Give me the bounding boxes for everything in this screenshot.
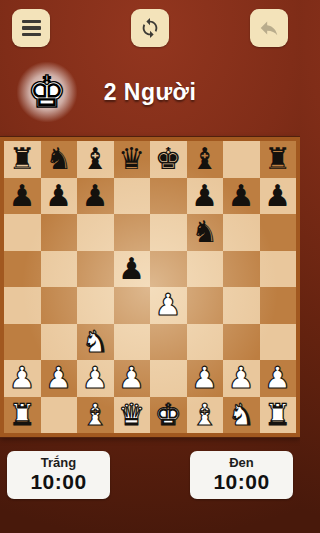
square-f7[interactable]: ♟ (187, 178, 224, 215)
piece-black-king[interactable]: ♚ (155, 144, 182, 174)
chess-board-frame: ♜♞♝♛♚♝♜♟♟♟♟♟♟♞♟♟♞♟♟♟♟♟♟♟♜♝♛♚♝♞♜ (0, 137, 300, 437)
undo-arrow-icon (258, 17, 280, 39)
piece-white-pawn[interactable]: ♟ (191, 363, 218, 393)
black-clock-label: Đen (190, 455, 293, 470)
square-c5[interactable] (77, 251, 114, 288)
square-h7[interactable]: ♟ (260, 178, 297, 215)
piece-white-queen[interactable]: ♛ (118, 400, 145, 430)
restart-button[interactable] (131, 9, 169, 47)
undo-button[interactable] (250, 9, 288, 47)
square-a3[interactable] (4, 324, 41, 361)
piece-black-pawn[interactable]: ♟ (118, 254, 145, 284)
piece-black-bishop[interactable]: ♝ (82, 144, 109, 174)
square-e8[interactable]: ♚ (150, 141, 187, 178)
square-g2[interactable]: ♟ (223, 360, 260, 397)
header: ♚ 2 Người (0, 47, 300, 137)
piece-black-knight[interactable]: ♞ (45, 144, 72, 174)
square-e4[interactable]: ♟ (150, 287, 187, 324)
square-a1[interactable]: ♜ (4, 397, 41, 434)
square-h5[interactable] (260, 251, 297, 288)
square-b4[interactable] (41, 287, 78, 324)
piece-black-pawn[interactable]: ♟ (191, 181, 218, 211)
square-b5[interactable] (41, 251, 78, 288)
piece-white-pawn[interactable]: ♟ (155, 290, 182, 320)
square-b1[interactable] (41, 397, 78, 434)
white-clock-time: 10:00 (7, 470, 110, 494)
piece-white-knight[interactable]: ♞ (82, 327, 109, 357)
piece-black-pawn[interactable]: ♟ (9, 181, 36, 211)
square-a6[interactable] (4, 214, 41, 251)
square-g5[interactable] (223, 251, 260, 288)
piece-white-pawn[interactable]: ♟ (82, 363, 109, 393)
white-clock-label: Trắng (7, 455, 110, 470)
square-g3[interactable] (223, 324, 260, 361)
piece-black-bishop[interactable]: ♝ (191, 144, 218, 174)
square-c7[interactable]: ♟ (77, 178, 114, 215)
piece-white-pawn[interactable]: ♟ (228, 363, 255, 393)
piece-black-pawn[interactable]: ♟ (228, 181, 255, 211)
black-clock: Đen 10:00 (190, 451, 293, 499)
piece-white-pawn[interactable]: ♟ (118, 363, 145, 393)
square-e2[interactable] (150, 360, 187, 397)
square-f6[interactable]: ♞ (187, 214, 224, 251)
square-d1[interactable]: ♛ (114, 397, 151, 434)
square-f1[interactable]: ♝ (187, 397, 224, 434)
square-c8[interactable]: ♝ (77, 141, 114, 178)
square-h2[interactable]: ♟ (260, 360, 297, 397)
square-d8[interactable]: ♛ (114, 141, 151, 178)
square-e3[interactable] (150, 324, 187, 361)
square-d2[interactable]: ♟ (114, 360, 151, 397)
piece-white-pawn[interactable]: ♟ (9, 363, 36, 393)
square-f4[interactable] (187, 287, 224, 324)
piece-white-king[interactable]: ♚ (155, 400, 182, 430)
refresh-icon (139, 17, 161, 39)
piece-white-bishop[interactable]: ♝ (191, 400, 218, 430)
square-h6[interactable] (260, 214, 297, 251)
square-g7[interactable]: ♟ (223, 178, 260, 215)
piece-white-bishop[interactable]: ♝ (82, 400, 109, 430)
square-c1[interactable]: ♝ (77, 397, 114, 434)
clock-row: Trắng 10:00 Đen 10:00 (0, 451, 300, 499)
square-b2[interactable]: ♟ (41, 360, 78, 397)
square-c3[interactable]: ♞ (77, 324, 114, 361)
piece-black-knight[interactable]: ♞ (191, 217, 218, 247)
square-c4[interactable] (77, 287, 114, 324)
square-b6[interactable] (41, 214, 78, 251)
square-b8[interactable]: ♞ (41, 141, 78, 178)
square-b3[interactable] (41, 324, 78, 361)
square-g8[interactable] (223, 141, 260, 178)
piece-white-pawn[interactable]: ♟ (45, 363, 72, 393)
square-d5[interactable]: ♟ (114, 251, 151, 288)
piece-white-pawn[interactable]: ♟ (264, 363, 291, 393)
piece-black-pawn[interactable]: ♟ (45, 181, 72, 211)
square-d3[interactable] (114, 324, 151, 361)
top-toolbar (0, 0, 300, 47)
square-h1[interactable]: ♜ (260, 397, 297, 434)
page-title: 2 Người (104, 79, 197, 106)
square-g1[interactable]: ♞ (223, 397, 260, 434)
square-f2[interactable]: ♟ (187, 360, 224, 397)
black-clock-time: 10:00 (190, 470, 293, 494)
square-f8[interactable]: ♝ (187, 141, 224, 178)
piece-white-rook[interactable]: ♜ (264, 400, 291, 430)
square-g6[interactable] (223, 214, 260, 251)
square-f3[interactable] (187, 324, 224, 361)
white-clock: Trắng 10:00 (7, 451, 110, 499)
square-h3[interactable] (260, 324, 297, 361)
square-e1[interactable]: ♚ (150, 397, 187, 434)
hamburger-icon (22, 20, 41, 36)
piece-black-rook[interactable]: ♜ (264, 144, 291, 174)
square-a5[interactable] (4, 251, 41, 288)
square-e7[interactable] (150, 178, 187, 215)
piece-black-pawn[interactable]: ♟ (82, 181, 109, 211)
square-e5[interactable] (150, 251, 187, 288)
piece-white-rook[interactable]: ♜ (9, 400, 36, 430)
square-a2[interactable]: ♟ (4, 360, 41, 397)
piece-white-knight[interactable]: ♞ (228, 400, 255, 430)
square-a8[interactable]: ♜ (4, 141, 41, 178)
square-d4[interactable] (114, 287, 151, 324)
square-c6[interactable] (77, 214, 114, 251)
piece-black-pawn[interactable]: ♟ (264, 181, 291, 211)
square-a7[interactable]: ♟ (4, 178, 41, 215)
square-b7[interactable]: ♟ (41, 178, 78, 215)
square-g4[interactable] (223, 287, 260, 324)
square-e6[interactable] (150, 214, 187, 251)
menu-button[interactable] (12, 9, 50, 47)
piece-black-queen[interactable]: ♛ (118, 144, 145, 174)
square-h4[interactable] (260, 287, 297, 324)
square-d6[interactable] (114, 214, 151, 251)
square-c2[interactable]: ♟ (77, 360, 114, 397)
white-king-icon: ♚ (17, 62, 77, 122)
square-d7[interactable] (114, 178, 151, 215)
square-a4[interactable] (4, 287, 41, 324)
square-h8[interactable]: ♜ (260, 141, 297, 178)
chess-board: ♜♞♝♛♚♝♜♟♟♟♟♟♟♞♟♟♞♟♟♟♟♟♟♟♜♝♛♚♝♞♜ (4, 141, 296, 433)
piece-black-rook[interactable]: ♜ (9, 144, 36, 174)
square-f5[interactable] (187, 251, 224, 288)
